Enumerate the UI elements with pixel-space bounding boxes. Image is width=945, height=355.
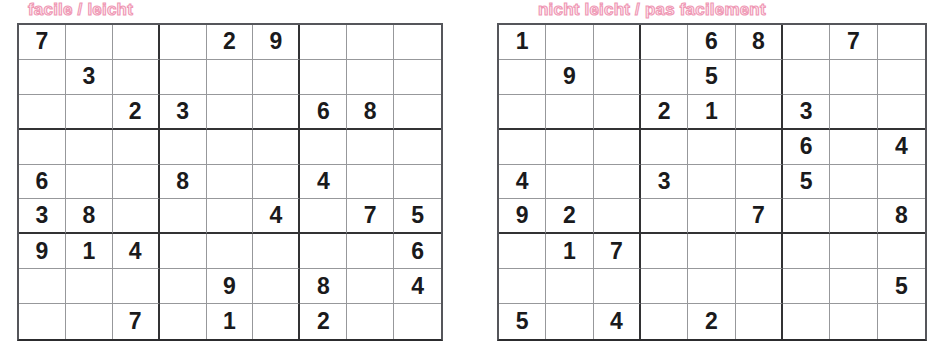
cell-r3c8	[830, 95, 877, 130]
cell-r6c4	[160, 199, 207, 234]
cell-r6c5	[207, 199, 254, 234]
cell-r3c9	[878, 95, 925, 130]
cell-r1c4	[160, 25, 207, 60]
cell-r5c4: 8	[160, 165, 207, 200]
cell-r3c1	[499, 95, 546, 130]
cell-r1c4	[641, 25, 688, 60]
cell-r2c7	[783, 60, 830, 95]
cell-r8c3	[594, 269, 641, 304]
cell-r9c2	[546, 304, 593, 339]
cell-r8c5	[688, 269, 735, 304]
cell-r6c9: 5	[394, 199, 441, 234]
cell-r9c9	[878, 304, 925, 339]
cell-r6c8	[830, 199, 877, 234]
cell-r3c6	[736, 95, 783, 130]
cell-r6c6: 7	[736, 199, 783, 234]
cell-r8c1	[499, 269, 546, 304]
cell-r1c7	[300, 25, 347, 60]
cell-r5c7: 4	[300, 165, 347, 200]
cell-r1c6: 8	[736, 25, 783, 60]
cell-r7c1: 9	[19, 234, 66, 269]
cell-r1c2	[66, 25, 113, 60]
cell-r4c1	[499, 130, 546, 165]
cell-r1c1: 7	[19, 25, 66, 60]
cell-r4c8	[830, 130, 877, 165]
cell-r3c4: 3	[160, 95, 207, 130]
cell-r3c7: 6	[300, 95, 347, 130]
cell-r7c7	[783, 234, 830, 269]
cell-r6c2: 8	[66, 199, 113, 234]
cell-r6c7	[783, 199, 830, 234]
cell-r4c6	[736, 130, 783, 165]
cell-r8c6	[736, 269, 783, 304]
cell-r6c1: 3	[19, 199, 66, 234]
cell-r4c8	[347, 130, 394, 165]
cell-r2c6	[736, 60, 783, 95]
cell-r8c4	[641, 269, 688, 304]
cell-r8c7: 8	[300, 269, 347, 304]
cell-r9c9	[394, 304, 441, 339]
cell-r1c3	[594, 25, 641, 60]
cell-r7c7	[300, 234, 347, 269]
cell-r2c9	[394, 60, 441, 95]
cell-r9c5: 1	[207, 304, 254, 339]
cell-r5c3	[594, 165, 641, 200]
cell-r6c2: 2	[546, 199, 593, 234]
sudoku-page: facile / leicht 729323686843847591469847…	[0, 0, 945, 355]
cell-r7c8	[830, 234, 877, 269]
puzzle-easy-title: facile / leicht	[28, 0, 133, 20]
sudoku-board-easy: 72932368684384759146984712	[17, 23, 443, 341]
cell-r9c4	[160, 304, 207, 339]
cell-r8c4	[160, 269, 207, 304]
cell-r6c1: 9	[499, 199, 546, 234]
cell-r5c9	[394, 165, 441, 200]
cell-r2c9	[878, 60, 925, 95]
cell-r3c5	[207, 95, 254, 130]
cell-r9c1: 5	[499, 304, 546, 339]
cell-r5c3	[113, 165, 160, 200]
cell-r7c4	[641, 234, 688, 269]
cell-r6c8: 7	[347, 199, 394, 234]
cell-r5c5	[207, 165, 254, 200]
cell-r9c6	[253, 304, 300, 339]
cell-r3c7: 3	[783, 95, 830, 130]
cell-r1c2	[546, 25, 593, 60]
cell-r9c8	[830, 304, 877, 339]
cell-r3c4: 2	[641, 95, 688, 130]
cell-r3c1	[19, 95, 66, 130]
cell-r2c7	[300, 60, 347, 95]
cell-r8c8	[347, 269, 394, 304]
cell-r7c4	[160, 234, 207, 269]
cell-r9c3: 4	[594, 304, 641, 339]
cell-r5c2	[546, 165, 593, 200]
cell-r1c5: 6	[688, 25, 735, 60]
cell-r9c7: 2	[300, 304, 347, 339]
cell-r5c1: 4	[499, 165, 546, 200]
cell-r8c6	[253, 269, 300, 304]
cell-r4c2	[546, 130, 593, 165]
cell-r8c2	[66, 269, 113, 304]
cell-r4c4	[641, 130, 688, 165]
cell-r1c3	[113, 25, 160, 60]
cell-r7c6	[736, 234, 783, 269]
cell-r3c2	[546, 95, 593, 130]
cell-r6c3	[113, 199, 160, 234]
sudoku-board-hard: 168795213644359278175542	[497, 23, 927, 341]
cell-r9c8	[347, 304, 394, 339]
cell-r2c2: 9	[546, 60, 593, 95]
cell-r7c2: 1	[66, 234, 113, 269]
cell-r8c1	[19, 269, 66, 304]
cell-r9c1	[19, 304, 66, 339]
cell-r8c9: 4	[394, 269, 441, 304]
cell-r5c8	[830, 165, 877, 200]
cell-r2c1	[19, 60, 66, 95]
cell-r5c8	[347, 165, 394, 200]
cell-r5c1: 6	[19, 165, 66, 200]
cell-r2c8	[830, 60, 877, 95]
cell-r7c9	[878, 234, 925, 269]
cell-r1c8	[347, 25, 394, 60]
cell-r2c5	[207, 60, 254, 95]
cell-r4c9: 4	[878, 130, 925, 165]
cell-r3c5: 1	[688, 95, 735, 130]
cell-r1c5: 2	[207, 25, 254, 60]
cell-r5c6	[736, 165, 783, 200]
cell-r2c3	[113, 60, 160, 95]
cell-r6c5	[688, 199, 735, 234]
cell-r8c7	[783, 269, 830, 304]
cell-r1c7	[783, 25, 830, 60]
cell-r3c9	[394, 95, 441, 130]
cell-r9c6	[736, 304, 783, 339]
cell-r9c2	[66, 304, 113, 339]
cell-r7c3: 4	[113, 234, 160, 269]
cell-r2c4	[160, 60, 207, 95]
cell-r8c3	[113, 269, 160, 304]
cell-r1c1: 1	[499, 25, 546, 60]
cell-r1c9	[878, 25, 925, 60]
cell-r4c5	[688, 130, 735, 165]
cell-r3c6	[253, 95, 300, 130]
cell-r4c9	[394, 130, 441, 165]
cell-r9c4	[641, 304, 688, 339]
cell-r4c7	[300, 130, 347, 165]
cell-r6c3	[594, 199, 641, 234]
cell-r6c9: 8	[878, 199, 925, 234]
cell-r8c2	[546, 269, 593, 304]
cell-r5c9	[878, 165, 925, 200]
cell-r7c5	[688, 234, 735, 269]
cell-r9c7	[783, 304, 830, 339]
cell-r4c5	[207, 130, 254, 165]
cell-r4c6	[253, 130, 300, 165]
cell-r4c2	[66, 130, 113, 165]
cell-r6c7	[300, 199, 347, 234]
cell-r3c8: 8	[347, 95, 394, 130]
cell-r9c5: 2	[688, 304, 735, 339]
cell-r7c8	[347, 234, 394, 269]
cell-r4c4	[160, 130, 207, 165]
cell-r1c9	[394, 25, 441, 60]
cell-r4c1	[19, 130, 66, 165]
cell-r7c9: 6	[394, 234, 441, 269]
cell-r3c3	[594, 95, 641, 130]
cell-r2c5: 5	[688, 60, 735, 95]
cell-r7c5	[207, 234, 254, 269]
cell-r2c1	[499, 60, 546, 95]
cell-r2c8	[347, 60, 394, 95]
cell-r4c3	[594, 130, 641, 165]
cell-r8c5: 9	[207, 269, 254, 304]
cell-r7c6	[253, 234, 300, 269]
cell-r4c7: 6	[783, 130, 830, 165]
cell-r9c3: 7	[113, 304, 160, 339]
cell-r1c6: 9	[253, 25, 300, 60]
puzzle-hard-title: nicht leicht / pas facilement	[538, 0, 766, 20]
cell-r5c6	[253, 165, 300, 200]
cell-r5c7: 5	[783, 165, 830, 200]
cell-r8c8	[830, 269, 877, 304]
cell-r6c6: 4	[253, 199, 300, 234]
cell-r3c2	[66, 95, 113, 130]
cell-r7c1	[499, 234, 546, 269]
cell-r5c5	[688, 165, 735, 200]
cell-r3c3: 2	[113, 95, 160, 130]
cell-r4c3	[113, 130, 160, 165]
cell-r5c2	[66, 165, 113, 200]
cell-r2c3	[594, 60, 641, 95]
cell-r2c2: 3	[66, 60, 113, 95]
cell-r7c3: 7	[594, 234, 641, 269]
cell-r1c8: 7	[830, 25, 877, 60]
cell-r7c2: 1	[546, 234, 593, 269]
cell-r8c9: 5	[878, 269, 925, 304]
cell-r6c4	[641, 199, 688, 234]
cell-r2c4	[641, 60, 688, 95]
cell-r5c4: 3	[641, 165, 688, 200]
cell-r2c6	[253, 60, 300, 95]
